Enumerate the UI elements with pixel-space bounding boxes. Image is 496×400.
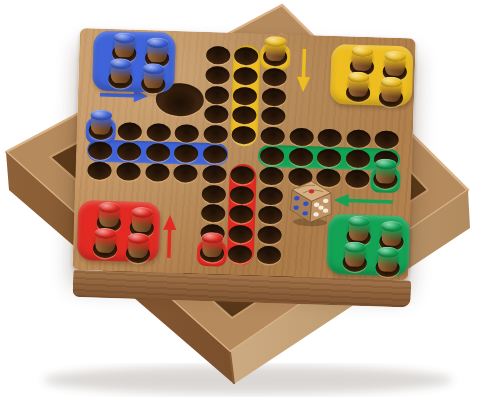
hole-c1r7 — [88, 161, 113, 180]
hole-c4r5 — [175, 124, 200, 143]
hole-c7r11 — [257, 246, 282, 265]
home-base-red — [77, 200, 161, 263]
hole-c7r4 — [261, 107, 286, 126]
hole-c5r3 — [204, 85, 229, 104]
peg-cap — [98, 202, 120, 214]
hole-c2r6 — [117, 142, 142, 161]
peg-cap — [94, 228, 116, 240]
hole-c7r6 — [260, 147, 285, 166]
hole-c5r4 — [204, 105, 229, 124]
peg-cap — [114, 32, 136, 44]
hole-c5r8 — [201, 184, 226, 203]
red-start-arrow-icon — [161, 214, 178, 260]
peg-cap — [380, 76, 402, 88]
hole-c3r5 — [146, 123, 171, 142]
hole-c7r2 — [262, 67, 287, 86]
peg-yellow-home-1[interactable] — [351, 46, 374, 72]
peg-cap — [201, 232, 223, 244]
hole-c10r6 — [345, 149, 370, 168]
hole-c9r5 — [317, 129, 342, 148]
peg-red-home-2[interactable] — [131, 207, 154, 233]
hole-c5r9 — [201, 204, 226, 223]
hole-c2r7 — [116, 162, 141, 181]
hole-c5r5 — [203, 125, 228, 144]
peg-cap — [381, 221, 403, 233]
home-base-yellow — [330, 44, 414, 107]
hole-c5r6 — [203, 145, 228, 164]
hole-c3r6 — [145, 143, 170, 162]
peg-green-home-4[interactable] — [376, 246, 399, 272]
peg-red-start[interactable] — [201, 232, 224, 258]
peg-cap — [90, 109, 112, 121]
peg-red-home-1[interactable] — [98, 202, 121, 228]
hole-c10r7 — [345, 169, 370, 188]
product-photo-stage — [0, 0, 496, 400]
peg-green-home-3[interactable] — [344, 241, 367, 267]
hole-c5r2 — [205, 66, 230, 85]
hole-c11r5 — [375, 130, 400, 149]
peg-green-home-1[interactable] — [347, 216, 370, 242]
hole-c8r5 — [289, 128, 314, 147]
hole-c7r9 — [258, 206, 283, 225]
peg-cap — [348, 216, 370, 228]
peg-cap — [351, 46, 373, 58]
hole-c8r6 — [288, 148, 313, 167]
yellow-start-arrow-icon — [295, 47, 312, 93]
hole-c7r3 — [262, 87, 287, 106]
peg-cap — [264, 36, 286, 48]
hole-c7r8 — [258, 186, 283, 205]
peg-cap — [377, 246, 399, 258]
peg-cap — [375, 158, 397, 170]
peg-red-home-3[interactable] — [94, 228, 117, 254]
peg-cap — [127, 233, 149, 245]
peg-cap — [344, 241, 366, 253]
peg-yellow-home-2[interactable] — [384, 51, 407, 77]
peg-cap — [146, 37, 168, 49]
peg-yellow-home-4[interactable] — [380, 76, 403, 102]
peg-green-home-2[interactable] — [380, 221, 403, 247]
home-base-green — [326, 214, 410, 277]
peg-cap — [143, 63, 165, 75]
hole-c7r7 — [259, 166, 284, 185]
hole-c2r5 — [117, 122, 142, 141]
peg-red-home-4[interactable] — [127, 233, 150, 259]
hole-c4r7 — [173, 164, 198, 183]
wooden-die[interactable] — [282, 174, 340, 228]
peg-blue-home-1[interactable] — [113, 32, 136, 58]
peg-cap — [384, 51, 406, 63]
ludo-board — [72, 28, 415, 280]
peg-blue-home-3[interactable] — [109, 58, 132, 84]
peg-yellow-start[interactable] — [264, 36, 287, 62]
peg-cap — [110, 58, 132, 70]
peg-green-start[interactable] — [375, 158, 398, 184]
peg-blue-start[interactable] — [90, 109, 113, 135]
peg-yellow-home-3[interactable] — [347, 71, 370, 97]
peg-cap — [347, 71, 369, 83]
green-start-arrow-icon — [332, 192, 394, 210]
peg-cap — [131, 207, 153, 219]
hole-c10r5 — [346, 130, 371, 149]
peg-blue-home-2[interactable] — [146, 37, 169, 63]
hole-c5r1 — [206, 46, 231, 65]
hole-c3r7 — [145, 163, 170, 182]
hole-c7r5 — [260, 127, 285, 146]
hole-c5r7 — [202, 165, 227, 184]
home-base-blue — [92, 30, 176, 93]
hole-c7r10 — [257, 226, 282, 245]
peg-blue-home-4[interactable] — [142, 63, 165, 89]
